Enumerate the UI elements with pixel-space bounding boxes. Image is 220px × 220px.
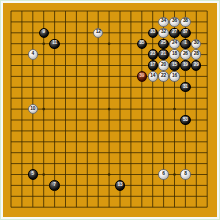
black-stone[interactable]: 17 xyxy=(148,60,158,70)
move-number: 5 xyxy=(32,172,34,177)
black-stone[interactable]: 19 xyxy=(180,60,190,70)
move-number: 34 xyxy=(161,19,166,24)
black-stone[interactable]: 27 xyxy=(169,28,179,38)
white-stone[interactable]: 34 xyxy=(158,17,168,27)
white-stone[interactable]: 6 xyxy=(158,169,168,179)
move-number: 20 xyxy=(161,63,166,68)
black-stone[interactable]: 31 xyxy=(180,82,190,92)
white-stone[interactable]: 18 xyxy=(169,49,179,59)
black-stone[interactable]: 39 xyxy=(137,71,147,81)
move-number: 1 xyxy=(184,41,186,46)
move-number: 17 xyxy=(150,63,155,68)
move-number: 53 xyxy=(183,118,188,123)
move-number: 39 xyxy=(139,74,144,79)
move-number: 18 xyxy=(172,52,177,57)
move-number: 13 xyxy=(118,183,123,188)
white-stone[interactable]: 38 xyxy=(180,17,190,27)
white-stone[interactable]: 36 xyxy=(169,17,179,27)
black-stone[interactable]: 37 xyxy=(180,28,190,38)
move-number: 22 xyxy=(161,74,166,79)
move-number: 33 xyxy=(150,30,155,35)
move-number: 36 xyxy=(172,19,177,24)
white-stone[interactable]: 8 xyxy=(180,169,190,179)
move-number: 14 xyxy=(150,74,155,79)
move-number: 32 xyxy=(161,30,166,35)
move-number: 6 xyxy=(162,172,164,177)
white-stone[interactable]: 20 xyxy=(158,60,168,70)
go-board[interactable]: 1911571333273735252321171519293931534121… xyxy=(3,3,217,217)
move-number: 21 xyxy=(161,52,166,57)
move-number: 37 xyxy=(183,30,188,35)
move-number: 29 xyxy=(194,63,199,68)
move-number: 27 xyxy=(172,30,177,35)
move-number: 26 xyxy=(183,52,188,57)
black-stone[interactable]: 13 xyxy=(115,180,125,190)
move-number: 24 xyxy=(172,41,177,46)
move-number: 30 xyxy=(194,41,199,46)
move-number: 28 xyxy=(194,52,199,57)
black-stone[interactable]: 21 xyxy=(158,49,168,59)
white-stone[interactable]: 26 xyxy=(180,49,190,59)
white-stone[interactable]: 24 xyxy=(169,39,179,49)
black-stone[interactable]: 5 xyxy=(28,169,38,179)
white-stone[interactable]: 4 xyxy=(28,49,38,59)
move-number: 16 xyxy=(172,74,177,79)
black-stone[interactable]: 9 xyxy=(39,28,49,38)
black-stone[interactable]: 23 xyxy=(148,49,158,59)
black-stone[interactable]: 35 xyxy=(137,39,147,49)
white-stone[interactable]: 14 xyxy=(148,71,158,81)
move-number: 7 xyxy=(53,183,55,188)
black-stone[interactable]: 1 xyxy=(180,39,190,49)
move-number: 19 xyxy=(183,63,188,68)
move-number: 11 xyxy=(52,41,57,46)
move-number: 31 xyxy=(183,85,188,90)
black-stone[interactable]: 33 xyxy=(148,28,158,38)
black-stone[interactable]: 25 xyxy=(158,39,168,49)
black-stone[interactable]: 7 xyxy=(49,180,59,190)
move-number: 35 xyxy=(139,41,144,46)
white-stone[interactable]: 32 xyxy=(158,28,168,38)
move-number: 25 xyxy=(161,41,166,46)
move-number: 9 xyxy=(42,30,44,35)
move-number: 38 xyxy=(183,19,188,24)
move-number: 4 xyxy=(32,52,34,57)
move-number: 23 xyxy=(150,52,155,57)
white-stone[interactable]: 16 xyxy=(169,71,179,81)
white-stone[interactable]: 22 xyxy=(158,71,168,81)
move-number: 10 xyxy=(30,107,35,112)
black-stone[interactable]: 11 xyxy=(49,39,59,49)
black-stone[interactable]: 15 xyxy=(169,60,179,70)
move-number: 8 xyxy=(184,172,186,177)
move-number: 12 xyxy=(96,30,101,35)
go-diagram-screen: 1911571333273735252321171519293931534121… xyxy=(0,0,220,220)
black-stone[interactable]: 53 xyxy=(180,115,190,125)
move-number: 15 xyxy=(172,63,177,68)
